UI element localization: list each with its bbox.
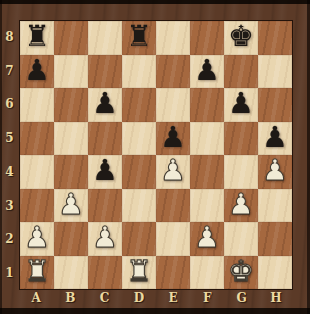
square-h2[interactable]	[258, 222, 292, 256]
square-h8[interactable]	[258, 21, 292, 55]
square-g5[interactable]	[224, 122, 258, 156]
square-a1[interactable]: ♜	[20, 256, 54, 290]
square-g1[interactable]: ♚	[224, 256, 258, 290]
white-rook[interactable]: ♜	[24, 257, 50, 286]
white-pawn[interactable]: ♟	[58, 190, 84, 219]
square-b4[interactable]	[54, 155, 88, 189]
square-f4[interactable]	[190, 155, 224, 189]
square-e4[interactable]: ♟	[156, 155, 190, 189]
rank-label-3: 3	[0, 189, 19, 223]
square-c4[interactable]: ♟	[88, 155, 122, 189]
square-g7[interactable]	[224, 55, 258, 89]
square-f8[interactable]	[190, 21, 224, 55]
square-b1[interactable]	[54, 256, 88, 290]
square-b6[interactable]	[54, 88, 88, 122]
square-h5[interactable]: ♟	[258, 122, 292, 156]
chessboard-frame: 87654321 ♜♜♚♟♟♟♟♟♟♟♟♟♟♟♟♟♟♜♜♚ ABCDEFGH	[0, 0, 310, 314]
square-c6[interactable]: ♟	[88, 88, 122, 122]
square-f3[interactable]	[190, 189, 224, 223]
square-h4[interactable]: ♟	[258, 155, 292, 189]
black-rook[interactable]: ♜	[24, 22, 50, 51]
square-b5[interactable]	[54, 122, 88, 156]
square-g3[interactable]: ♟	[224, 189, 258, 223]
square-e2[interactable]	[156, 222, 190, 256]
rank-label-6: 6	[0, 88, 19, 122]
file-label-b: B	[53, 288, 87, 308]
square-a3[interactable]	[20, 189, 54, 223]
file-label-d: D	[122, 288, 156, 308]
square-e7[interactable]	[156, 55, 190, 89]
square-d3[interactable]	[122, 189, 156, 223]
white-pawn[interactable]: ♟	[160, 156, 186, 185]
file-label-e: E	[156, 288, 190, 308]
square-h3[interactable]	[258, 189, 292, 223]
black-rook[interactable]: ♜	[126, 22, 152, 51]
square-f2[interactable]: ♟	[190, 222, 224, 256]
square-f6[interactable]	[190, 88, 224, 122]
square-e5[interactable]: ♟	[156, 122, 190, 156]
black-pawn[interactable]: ♟	[228, 89, 254, 118]
file-label-g: G	[225, 288, 259, 308]
rank-label-8: 8	[0, 20, 19, 54]
black-pawn[interactable]: ♟	[92, 89, 118, 118]
file-label-h: H	[259, 288, 293, 308]
file-label-c: C	[88, 288, 122, 308]
square-b7[interactable]	[54, 55, 88, 89]
square-d6[interactable]	[122, 88, 156, 122]
square-f7[interactable]: ♟	[190, 55, 224, 89]
square-h1[interactable]	[258, 256, 292, 290]
square-g8[interactable]: ♚	[224, 21, 258, 55]
square-c8[interactable]	[88, 21, 122, 55]
square-g6[interactable]: ♟	[224, 88, 258, 122]
square-d7[interactable]	[122, 55, 156, 89]
chess-board: ♜♜♚♟♟♟♟♟♟♟♟♟♟♟♟♟♟♜♜♚	[19, 20, 293, 290]
square-c3[interactable]	[88, 189, 122, 223]
square-a5[interactable]	[20, 122, 54, 156]
rank-label-7: 7	[0, 54, 19, 88]
black-pawn[interactable]: ♟	[194, 56, 220, 85]
square-a6[interactable]	[20, 88, 54, 122]
square-g2[interactable]	[224, 222, 258, 256]
black-pawn[interactable]: ♟	[160, 123, 186, 152]
black-pawn[interactable]: ♟	[262, 123, 288, 152]
square-c7[interactable]	[88, 55, 122, 89]
square-e8[interactable]	[156, 21, 190, 55]
square-g4[interactable]	[224, 155, 258, 189]
square-h7[interactable]	[258, 55, 292, 89]
white-pawn[interactable]: ♟	[194, 223, 220, 252]
square-c5[interactable]	[88, 122, 122, 156]
square-f5[interactable]	[190, 122, 224, 156]
file-label-f: F	[190, 288, 224, 308]
square-c1[interactable]	[88, 256, 122, 290]
square-b2[interactable]	[54, 222, 88, 256]
rank-label-2: 2	[0, 223, 19, 257]
rank-label-4: 4	[0, 155, 19, 189]
square-d4[interactable]	[122, 155, 156, 189]
white-pawn[interactable]: ♟	[262, 156, 288, 185]
rank-label-1: 1	[0, 256, 19, 290]
rank-label-5: 5	[0, 121, 19, 155]
square-a7[interactable]: ♟	[20, 55, 54, 89]
black-pawn[interactable]: ♟	[24, 56, 50, 85]
square-b3[interactable]: ♟	[54, 189, 88, 223]
file-label-a: A	[19, 288, 53, 308]
square-e6[interactable]	[156, 88, 190, 122]
black-king[interactable]: ♚	[228, 22, 254, 51]
black-pawn[interactable]: ♟	[92, 156, 118, 185]
square-h6[interactable]	[258, 88, 292, 122]
white-pawn[interactable]: ♟	[92, 223, 118, 252]
square-a8[interactable]: ♜	[20, 21, 54, 55]
square-b8[interactable]	[54, 21, 88, 55]
white-pawn[interactable]: ♟	[24, 223, 50, 252]
square-d8[interactable]: ♜	[122, 21, 156, 55]
square-d5[interactable]	[122, 122, 156, 156]
white-king[interactable]: ♚	[228, 257, 254, 286]
square-d2[interactable]	[122, 222, 156, 256]
square-e1[interactable]	[156, 256, 190, 290]
square-e3[interactable]	[156, 189, 190, 223]
rank-labels: 87654321	[0, 20, 19, 290]
white-pawn[interactable]: ♟	[228, 190, 254, 219]
square-d1[interactable]: ♜	[122, 256, 156, 290]
square-a4[interactable]	[20, 155, 54, 189]
square-a2[interactable]: ♟	[20, 222, 54, 256]
file-labels: ABCDEFGH	[19, 288, 293, 308]
square-c2[interactable]: ♟	[88, 222, 122, 256]
square-f1[interactable]	[190, 256, 224, 290]
white-rook[interactable]: ♜	[126, 257, 152, 286]
